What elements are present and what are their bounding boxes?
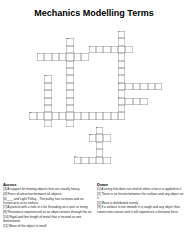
clue-item: [10] Rigid and thin length of metal that… <box>3 214 93 222</box>
clue-number: 2 <box>67 37 68 39</box>
empty-cell <box>89 142 96 149</box>
empty-cell <box>37 90 44 97</box>
grid-cell[interactable] <box>44 120 51 127</box>
empty-cell <box>81 120 88 127</box>
empty-cell <box>155 149 162 156</box>
across-clues-section: Across [3] A support for moving objects … <box>3 182 93 243</box>
empty-cell <box>81 134 88 141</box>
empty-cell <box>125 120 132 127</box>
empty-cell <box>155 53 162 60</box>
grid-cell[interactable] <box>59 53 66 60</box>
empty-cell <box>103 83 110 90</box>
grid-cell[interactable] <box>89 157 96 164</box>
grid-cell[interactable] <box>81 157 88 164</box>
empty-cell <box>22 46 29 53</box>
empty-cell <box>74 142 81 149</box>
empty-cell <box>118 157 125 164</box>
empty-cell <box>155 31 162 38</box>
empty-cell <box>52 120 59 127</box>
grid-cell[interactable] <box>66 98 73 105</box>
empty-cell <box>74 134 81 141</box>
empty-cell <box>133 142 140 149</box>
clue-number: 9 <box>96 126 97 128</box>
empty-cell <box>155 61 162 68</box>
empty-cell <box>29 31 36 38</box>
grid-cell[interactable] <box>66 112 73 119</box>
empty-cell <box>140 120 147 127</box>
grid-cell[interactable]: 10 <box>89 134 96 141</box>
grid-cell[interactable]: 6 <box>118 83 125 90</box>
empty-cell <box>133 38 140 45</box>
grid-cell[interactable] <box>111 112 118 119</box>
grid-cell[interactable] <box>44 53 51 60</box>
empty-cell <box>74 46 81 53</box>
empty-cell <box>118 142 125 149</box>
empty-cell <box>103 98 110 105</box>
empty-cell <box>155 98 162 105</box>
empty-cell <box>96 83 103 90</box>
empty-cell <box>96 98 103 105</box>
empty-cell <box>133 31 140 38</box>
empty-cell <box>125 90 132 97</box>
down-clues-section: Down [1] A string that does not stretch … <box>97 182 185 243</box>
empty-cell <box>148 112 155 119</box>
grid-cell[interactable] <box>74 112 81 119</box>
empty-cell <box>52 134 59 141</box>
empty-cell <box>44 61 51 68</box>
grid-cell[interactable] <box>111 46 118 53</box>
grid-cell[interactable] <box>44 98 51 105</box>
empty-cell <box>148 90 155 97</box>
grid-cell[interactable] <box>125 98 132 105</box>
empty-cell <box>59 61 66 68</box>
empty-cell <box>52 149 59 156</box>
empty-cell <box>52 31 59 38</box>
empty-cell <box>148 157 155 164</box>
empty-cell <box>140 68 147 75</box>
empty-cell <box>29 157 36 164</box>
empty-cell <box>81 38 88 45</box>
grid-cell[interactable] <box>103 157 110 164</box>
empty-cell <box>133 75 140 82</box>
empty-cell <box>29 142 36 149</box>
empty-cell <box>74 90 81 97</box>
empty-cell <box>155 157 162 164</box>
empty-cell <box>59 149 66 156</box>
grid-cell[interactable] <box>140 98 147 105</box>
empty-cell <box>118 134 125 141</box>
empty-cell <box>103 61 110 68</box>
empty-cell <box>140 105 147 112</box>
empty-cell <box>125 127 132 134</box>
crossword-page: Mechanics Modelling Terms 1234567891011 … <box>0 0 188 243</box>
empty-cell <box>37 98 44 105</box>
clue-item: [6] ___ and Light Pulley - The pulley ha… <box>3 196 93 204</box>
empty-cell <box>81 61 88 68</box>
empty-cell <box>44 31 51 38</box>
empty-cell <box>52 46 59 53</box>
grid-cell[interactable]: 7 <box>118 98 125 105</box>
empty-cell <box>52 98 59 105</box>
grid-cell[interactable]: 1 <box>118 31 125 38</box>
empty-cell <box>37 68 44 75</box>
clue-number: 6 <box>118 82 119 84</box>
empty-cell <box>37 134 44 141</box>
empty-cell <box>37 149 44 156</box>
empty-cell <box>111 149 118 156</box>
empty-cell <box>111 134 118 141</box>
grid-cell[interactable] <box>59 112 66 119</box>
empty-cell <box>74 31 81 38</box>
empty-cell <box>155 134 162 141</box>
empty-cell <box>111 68 118 75</box>
empty-cell <box>37 75 44 82</box>
empty-cell <box>59 157 66 164</box>
empty-cell <box>103 149 110 156</box>
empty-cell <box>133 61 140 68</box>
empty-cell <box>37 61 44 68</box>
grid-cell[interactable] <box>125 46 132 53</box>
empty-cell <box>74 38 81 45</box>
empty-cell <box>44 134 51 141</box>
empty-cell <box>140 90 147 97</box>
empty-cell <box>22 38 29 45</box>
empty-cell <box>111 31 118 38</box>
empty-cell <box>29 38 36 45</box>
empty-cell <box>22 105 29 112</box>
grid-cell[interactable] <box>118 68 125 75</box>
empty-cell <box>96 61 103 68</box>
empty-cell <box>22 61 29 68</box>
empty-cell <box>89 98 96 105</box>
empty-cell <box>125 142 132 149</box>
empty-cell <box>103 53 110 60</box>
grid-cell[interactable] <box>74 53 81 60</box>
empty-cell <box>22 127 29 134</box>
clue-item: [7] A particle with a hole in it for thr… <box>3 205 93 209</box>
empty-cell <box>125 53 132 60</box>
grid-cell[interactable] <box>96 149 103 156</box>
empty-cell <box>103 142 110 149</box>
empty-cell <box>89 149 96 156</box>
empty-cell <box>155 142 162 149</box>
empty-cell <box>140 142 147 149</box>
empty-cell <box>22 98 29 105</box>
empty-cell <box>111 61 118 68</box>
grid-cell[interactable] <box>133 83 140 90</box>
empty-cell <box>74 75 81 82</box>
empty-cell <box>59 98 66 105</box>
grid-cell[interactable] <box>66 90 73 97</box>
grid-cell[interactable] <box>52 112 59 119</box>
empty-cell <box>59 142 66 149</box>
empty-cell <box>52 38 59 45</box>
empty-cell <box>111 120 118 127</box>
grid-cell[interactable] <box>140 83 147 90</box>
empty-cell <box>44 142 51 149</box>
empty-cell <box>96 31 103 38</box>
grid-cell[interactable] <box>66 53 73 60</box>
grid-cell[interactable]: 4 <box>37 53 44 60</box>
empty-cell <box>74 61 81 68</box>
grid-cell[interactable] <box>44 105 51 112</box>
empty-cell <box>22 83 29 90</box>
empty-cell <box>44 38 51 45</box>
empty-cell <box>44 46 51 53</box>
empty-cell <box>81 68 88 75</box>
grid-cell[interactable] <box>66 61 73 68</box>
grid-cell[interactable] <box>96 134 103 141</box>
empty-cell <box>133 157 140 164</box>
empty-cell <box>81 149 88 156</box>
empty-cell <box>22 149 29 156</box>
clue-item: [8] Resistance experienced as an object … <box>3 210 93 214</box>
grid-cell[interactable]: 5 <box>44 75 51 82</box>
empty-cell <box>111 75 118 82</box>
empty-cell <box>118 149 125 156</box>
grid-cell[interactable] <box>81 112 88 119</box>
grid-cell[interactable] <box>96 157 103 164</box>
empty-cell <box>148 105 155 112</box>
empty-cell <box>148 127 155 134</box>
empty-cell <box>111 83 118 90</box>
empty-cell <box>29 127 36 134</box>
empty-cell <box>29 120 36 127</box>
empty-cell <box>59 127 66 134</box>
empty-cell <box>125 61 132 68</box>
empty-cell <box>89 83 96 90</box>
grid-cell[interactable] <box>125 83 132 90</box>
empty-cell <box>111 142 118 149</box>
empty-cell <box>103 31 110 38</box>
grid-cell[interactable] <box>37 112 44 119</box>
empty-cell <box>52 83 59 90</box>
empty-cell <box>22 157 29 164</box>
empty-cell <box>66 157 73 164</box>
empty-cell <box>74 68 81 75</box>
empty-cell <box>133 46 140 53</box>
grid-cell[interactable] <box>66 83 73 90</box>
empty-cell <box>148 142 155 149</box>
empty-cell <box>37 157 44 164</box>
across-header: Across <box>3 182 93 187</box>
grid-cell[interactable] <box>66 75 73 82</box>
grid-cell[interactable]: 11 <box>74 157 81 164</box>
grid-cell[interactable] <box>118 105 125 112</box>
empty-cell <box>59 120 66 127</box>
grid-cell[interactable] <box>118 38 125 45</box>
grid-cell[interactable] <box>66 46 73 53</box>
clue-number: 4 <box>37 52 38 54</box>
empty-cell <box>96 38 103 45</box>
empty-cell <box>103 105 110 112</box>
empty-cell <box>89 105 96 112</box>
clue-number: 1 <box>118 30 119 32</box>
empty-cell <box>52 90 59 97</box>
empty-cell <box>44 157 51 164</box>
empty-cell <box>155 75 162 82</box>
empty-cell <box>59 38 66 45</box>
empty-cell <box>29 53 36 60</box>
empty-cell <box>103 75 110 82</box>
empty-cell <box>29 46 36 53</box>
grid-cell[interactable] <box>44 112 51 119</box>
empty-cell <box>81 83 88 90</box>
empty-cell <box>155 68 162 75</box>
empty-cell <box>81 46 88 53</box>
empty-cell <box>29 61 36 68</box>
empty-cell <box>37 127 44 134</box>
empty-cell <box>22 112 29 119</box>
grid-cell[interactable] <box>103 112 110 119</box>
empty-cell <box>148 46 155 53</box>
empty-cell <box>111 105 118 112</box>
empty-cell <box>125 68 132 75</box>
clue-item: [9] If a surface is not smooth it is rou… <box>97 205 185 213</box>
empty-cell <box>29 90 36 97</box>
grid-cell[interactable]: 8 <box>29 112 36 119</box>
grid-cell[interactable] <box>89 112 96 119</box>
empty-cell <box>140 112 147 119</box>
clue-number: 8 <box>30 111 31 113</box>
empty-cell <box>29 83 36 90</box>
empty-cell <box>148 134 155 141</box>
empty-cell <box>89 90 96 97</box>
grid-cell[interactable] <box>96 142 103 149</box>
grid-cell[interactable] <box>66 68 73 75</box>
empty-cell <box>59 46 66 53</box>
empty-cell <box>96 68 103 75</box>
empty-cell <box>22 142 29 149</box>
empty-cell <box>140 127 147 134</box>
grid-cell[interactable] <box>118 46 125 53</box>
clue-number: 10 <box>89 133 91 135</box>
empty-cell <box>81 75 88 82</box>
empty-cell <box>52 105 59 112</box>
empty-cell <box>81 90 88 97</box>
empty-cell <box>125 157 132 164</box>
empty-cell <box>66 142 73 149</box>
grid-cell[interactable] <box>148 83 155 90</box>
puzzle-title: Mechanics Modelling Terms <box>0 8 188 18</box>
empty-cell <box>155 127 162 134</box>
grid-cell[interactable]: 9 <box>96 127 103 134</box>
down-clue-list: [1] A string that does not stretch when … <box>97 187 185 213</box>
grid-cell[interactable] <box>44 90 51 97</box>
empty-cell <box>74 83 81 90</box>
empty-cell <box>133 134 140 141</box>
grid-cell[interactable] <box>103 134 110 141</box>
grid-cell[interactable] <box>155 83 162 90</box>
empty-cell <box>37 142 44 149</box>
empty-cell <box>111 98 118 105</box>
grid-cell[interactable]: 3 <box>89 46 96 53</box>
empty-cell <box>140 75 147 82</box>
empty-cell <box>155 90 162 97</box>
empty-cell <box>37 38 44 45</box>
empty-cell <box>103 38 110 45</box>
crossword-grid: 1234567891011 <box>22 31 162 164</box>
empty-cell <box>52 61 59 68</box>
grid-cell[interactable] <box>118 112 125 119</box>
empty-cell <box>74 127 81 134</box>
grid-cell[interactable]: 2 <box>66 38 73 45</box>
grid-cell[interactable] <box>96 112 103 119</box>
empty-cell <box>89 53 96 60</box>
empty-cell <box>81 105 88 112</box>
empty-cell <box>140 61 147 68</box>
clue-item: [3] A support for moving objects that ar… <box>3 187 93 191</box>
empty-cell <box>81 98 88 105</box>
grid-cell[interactable] <box>52 53 59 60</box>
empty-cell <box>22 53 29 60</box>
empty-cell <box>111 157 118 164</box>
empty-cell <box>133 149 140 156</box>
clue-item: [4] Force of attraction between all obje… <box>3 192 93 196</box>
empty-cell <box>155 112 162 119</box>
empty-cell <box>89 31 96 38</box>
clue-number: 5 <box>45 74 46 76</box>
empty-cell <box>22 75 29 82</box>
clue-item: [5] Mass is distributed evenly <box>97 200 185 204</box>
empty-cell <box>52 142 59 149</box>
empty-cell <box>133 53 140 60</box>
empty-cell <box>125 134 132 141</box>
down-header: Down <box>97 182 185 187</box>
empty-cell <box>140 38 147 45</box>
empty-cell <box>59 105 66 112</box>
clue-item: [11] Mass of the object is small <box>3 223 93 227</box>
grid-cell[interactable] <box>118 61 125 68</box>
empty-cell <box>22 68 29 75</box>
empty-cell <box>22 90 29 97</box>
empty-cell <box>89 61 96 68</box>
empty-cell <box>133 127 140 134</box>
grid-cell[interactable] <box>81 53 88 60</box>
empty-cell <box>103 90 110 97</box>
empty-cell <box>103 127 110 134</box>
grid-cell[interactable] <box>118 53 125 60</box>
grid-cell[interactable] <box>44 83 51 90</box>
empty-cell <box>118 127 125 134</box>
empty-cell <box>52 75 59 82</box>
grid-cell[interactable] <box>66 105 73 112</box>
clue-number: 3 <box>89 45 90 47</box>
empty-cell <box>148 120 155 127</box>
empty-cell <box>133 68 140 75</box>
clue-item: [1] A string that does not stretch when … <box>97 187 185 191</box>
empty-cell <box>44 127 51 134</box>
empty-cell <box>81 142 88 149</box>
empty-cell <box>96 105 103 112</box>
grid-cell[interactable] <box>66 120 73 127</box>
empty-cell <box>29 134 36 141</box>
empty-cell <box>74 120 81 127</box>
empty-cell <box>74 105 81 112</box>
grid-cell[interactable] <box>133 98 140 105</box>
empty-cell <box>96 90 103 97</box>
empty-cell <box>37 105 44 112</box>
empty-cell <box>140 149 147 156</box>
empty-cell <box>103 68 110 75</box>
empty-cell <box>125 38 132 45</box>
empty-cell <box>133 120 140 127</box>
empty-cell <box>37 83 44 90</box>
grid-cell[interactable] <box>103 46 110 53</box>
empty-cell <box>111 53 118 60</box>
empty-cell <box>52 68 59 75</box>
grid-cell[interactable] <box>96 46 103 53</box>
